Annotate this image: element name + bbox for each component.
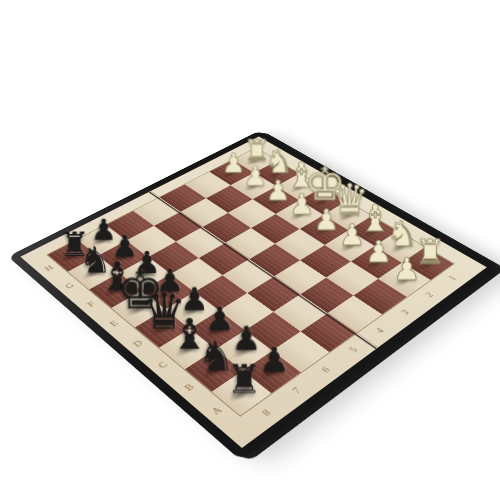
piece-white-pawn[interactable]: ♟: [313, 206, 339, 235]
piece-white-pawn[interactable]: ♟: [266, 177, 291, 205]
piece-white-pawn[interactable]: ♟: [222, 150, 246, 177]
piece-black-rook[interactable]: ♜: [226, 359, 262, 399]
piece-white-pawn[interactable]: ♟: [243, 163, 267, 190]
piece-black-pawn[interactable]: ♟: [231, 322, 261, 355]
piece-black-pawn[interactable]: ♟: [205, 302, 234, 335]
piece-white-pawn[interactable]: ♟: [393, 254, 421, 285]
chess-board: ♜♟♟♜♞♟♟♞♝♟♟♝♚♟♟♚♛♟♟♛♝♟♟♝♞♟♟♞♜♟♟♜: [48, 148, 454, 415]
piece-white-pawn[interactable]: ♟: [339, 221, 365, 250]
piece-white-pawn[interactable]: ♟: [289, 191, 314, 219]
photo-background: HGFEDCBA 87654321 ♜♟♟♜♞♟♟♞♝♟♟♝♚♟♟♚♛♟♟♛♝♟…: [0, 0, 500, 500]
piece-white-pawn[interactable]: ♟: [365, 237, 392, 267]
file-label-h: H: [29, 255, 68, 282]
piece-black-pawn[interactable]: ♟: [259, 343, 290, 377]
board-rim: HGFEDCBA 87654321 ♜♟♟♜♞♟♟♞♝♟♟♝♚♟♟♚♛♟♟♛♝♟…: [8, 131, 500, 461]
square-h5[interactable]: [133, 197, 180, 226]
board-frame: HGFEDCBA 87654321 ♜♟♟♜♞♟♟♞♝♟♟♝♚♟♟♚♛♟♟♛♝♟…: [20, 136, 486, 448]
